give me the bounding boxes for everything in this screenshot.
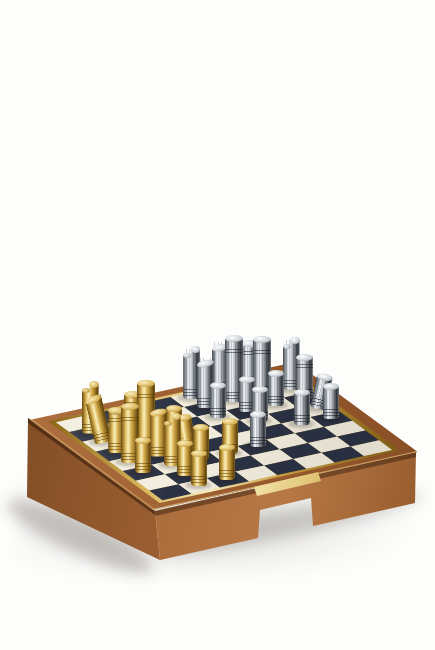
piece-cap2 [82, 388, 90, 393]
piece-rings [323, 407, 339, 416]
piece-toprings [225, 347, 243, 354]
silver-pawn-piece[interactable] [250, 414, 266, 447]
piece-toprings [253, 348, 271, 355]
gold-pawn-piece[interactable] [191, 453, 207, 486]
product-photo [0, 0, 435, 650]
piece-cap [253, 336, 271, 343]
piece-cap [121, 403, 139, 410]
piece-cap2 [283, 344, 291, 349]
piece-cap [268, 370, 284, 377]
piece-toprings [137, 392, 155, 399]
piece-cap [191, 450, 207, 457]
piece-rings [135, 461, 151, 470]
piece-toprings [296, 362, 313, 369]
piece-rings [191, 474, 207, 483]
piece-cap [252, 386, 268, 393]
piece-cap [323, 383, 339, 390]
piece-rings [219, 468, 235, 477]
piece-cap [137, 380, 155, 387]
piece-cap2 [164, 421, 172, 426]
piece-cap [219, 444, 235, 451]
gold-pawn-piece[interactable] [219, 447, 235, 480]
piece-cap [89, 381, 99, 388]
piece-cap [166, 405, 182, 412]
pieces-layer [0, 0, 435, 650]
piece-rings [210, 406, 226, 415]
gold-pawn-piece[interactable] [135, 440, 151, 473]
piece-cap [239, 376, 255, 383]
piece-cap [225, 335, 243, 342]
piece-cap [135, 437, 151, 444]
silver-pawn-piece[interactable] [323, 386, 339, 419]
piece-cap [290, 337, 300, 344]
piece-rings [250, 435, 266, 444]
piece-cap [296, 354, 313, 361]
piece-cap [193, 424, 209, 431]
piece-rings [268, 394, 284, 403]
piece-cap [222, 418, 238, 425]
piece-cap [171, 413, 181, 420]
piece-rings [294, 413, 310, 422]
silver-pawn-piece[interactable] [268, 373, 284, 406]
piece-toprings [121, 415, 139, 422]
silver-pawn-piece[interactable] [294, 392, 310, 425]
silver-pawn-piece[interactable] [210, 385, 226, 418]
piece-cap [191, 346, 201, 353]
